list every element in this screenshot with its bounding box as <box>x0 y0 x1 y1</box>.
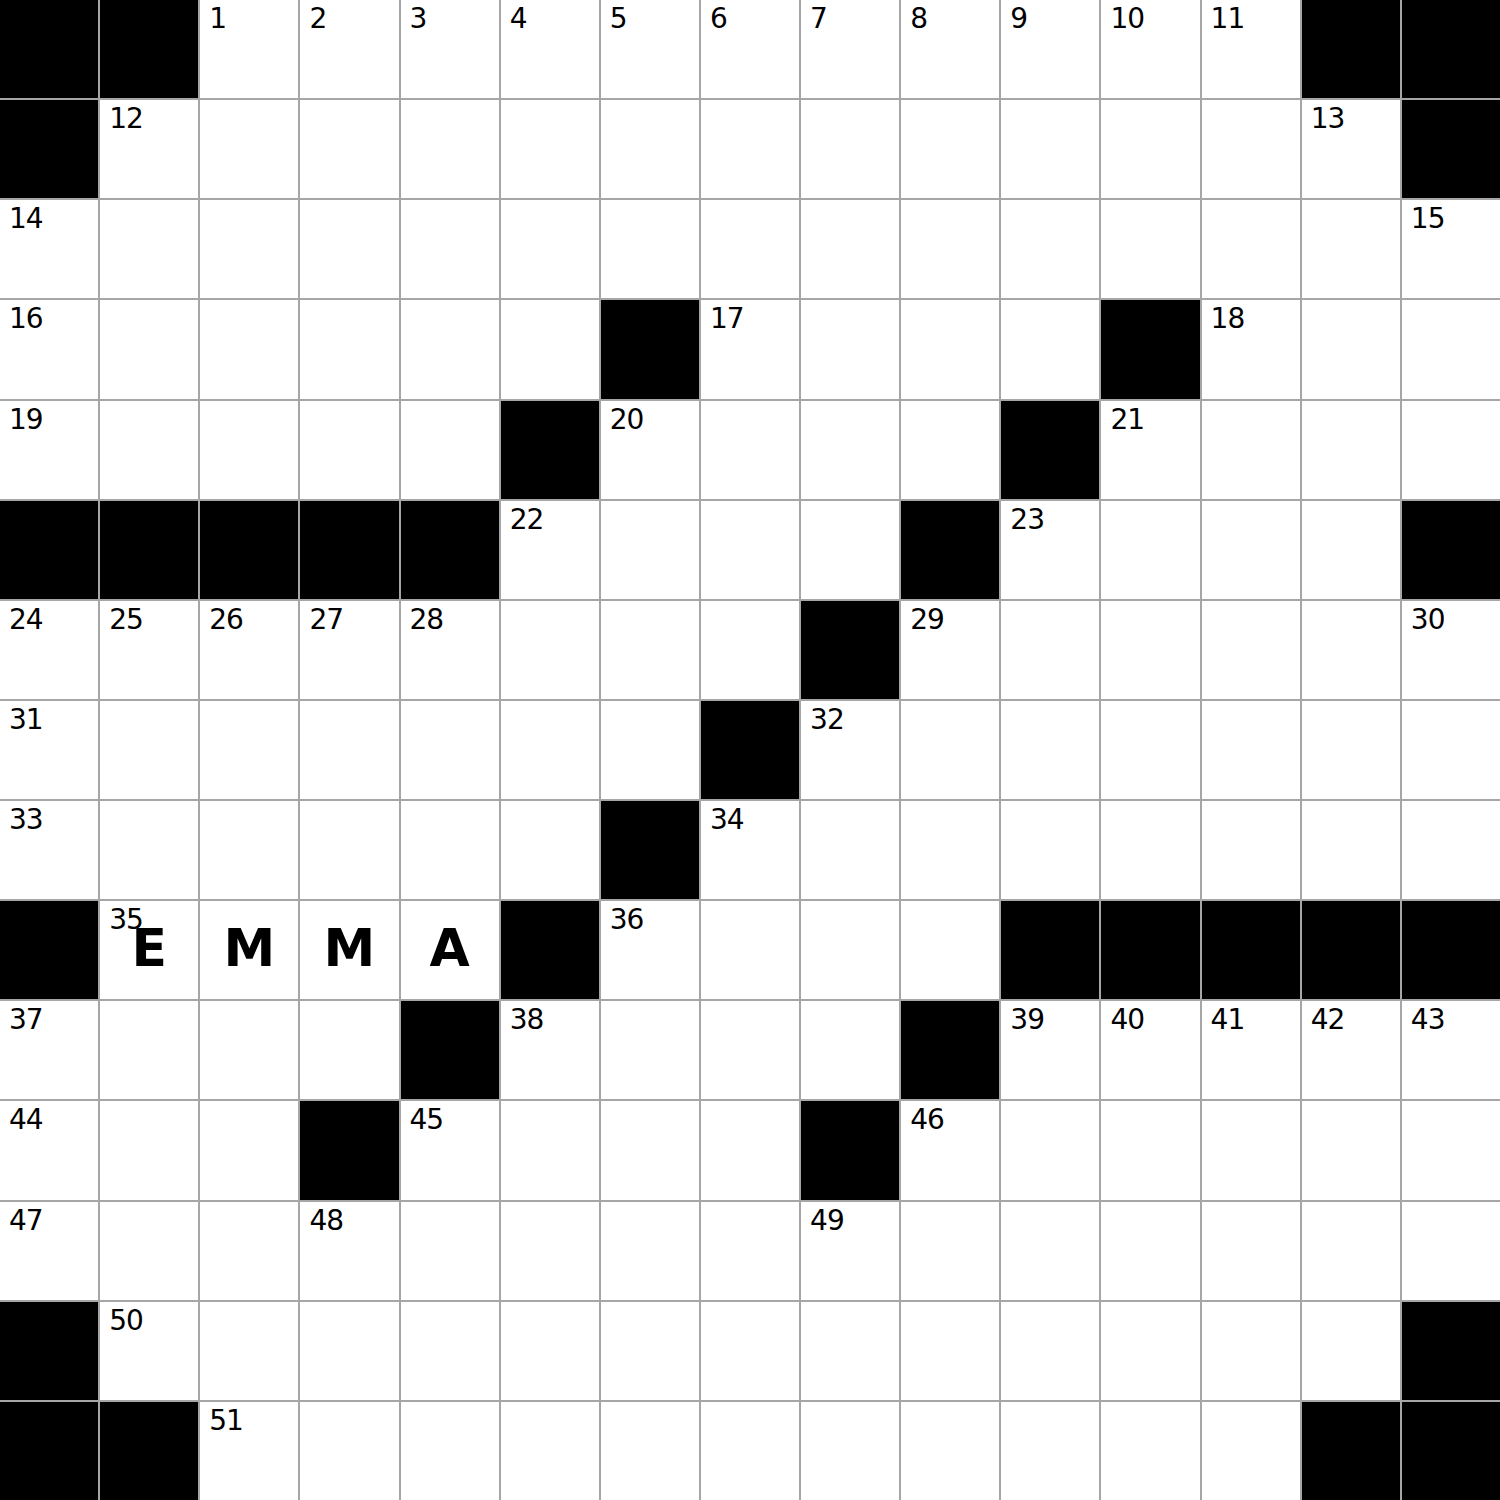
white-cell[interactable] <box>501 701 599 799</box>
clue-number: 26 <box>209 606 243 634</box>
white-cell[interactable] <box>501 1302 599 1400</box>
black-cell <box>401 1001 499 1099</box>
white-cell[interactable] <box>1202 1402 1300 1500</box>
white-cell[interactable] <box>901 901 999 999</box>
white-cell[interactable] <box>200 300 298 398</box>
white-cell[interactable]: 1 <box>200 0 298 98</box>
white-cell[interactable]: 2 <box>300 0 398 98</box>
cell-letter: M <box>324 918 376 978</box>
white-cell[interactable] <box>601 200 699 298</box>
white-cell[interactable] <box>1202 401 1300 499</box>
white-cell[interactable]: 27 <box>300 601 398 699</box>
black-cell <box>1001 401 1099 499</box>
white-cell[interactable] <box>1302 300 1400 398</box>
white-cell[interactable] <box>1202 1302 1300 1400</box>
white-cell[interactable] <box>300 200 398 298</box>
clue-number: 32 <box>810 706 844 734</box>
white-cell[interactable] <box>200 200 298 298</box>
white-cell[interactable] <box>801 1402 899 1500</box>
black-cell <box>501 401 599 499</box>
white-cell[interactable]: 4 <box>501 0 599 98</box>
white-cell[interactable]: 20 <box>601 401 699 499</box>
clue-number: 16 <box>9 305 43 333</box>
clue-number: 10 <box>1110 5 1144 33</box>
white-cell[interactable] <box>901 100 999 198</box>
white-cell[interactable] <box>1402 401 1500 499</box>
cell-letter: M <box>223 918 275 978</box>
black-cell <box>0 1302 98 1400</box>
white-cell[interactable] <box>300 801 398 899</box>
white-cell[interactable] <box>1202 200 1300 298</box>
white-cell[interactable]: 12 <box>100 100 198 198</box>
clue-number: 50 <box>109 1307 143 1335</box>
black-cell <box>401 501 499 599</box>
clue-number: 15 <box>1411 205 1445 233</box>
white-cell[interactable]: 24 <box>0 601 98 699</box>
white-cell[interactable] <box>100 701 198 799</box>
white-cell[interactable] <box>801 1001 899 1099</box>
white-cell[interactable] <box>801 401 899 499</box>
white-cell[interactable] <box>1101 501 1199 599</box>
white-cell[interactable] <box>1101 701 1199 799</box>
white-cell[interactable]: 11 <box>1202 0 1300 98</box>
white-cell[interactable]: 21 <box>1101 401 1199 499</box>
clue-number: 39 <box>1010 1006 1044 1034</box>
white-cell[interactable] <box>1302 801 1400 899</box>
white-cell[interactable] <box>401 801 499 899</box>
white-cell[interactable] <box>401 300 499 398</box>
white-cell[interactable] <box>300 1402 398 1500</box>
white-cell[interactable] <box>1101 1402 1199 1500</box>
white-cell[interactable] <box>501 200 599 298</box>
black-cell <box>901 501 999 599</box>
white-cell[interactable] <box>901 1302 999 1400</box>
clue-number: 43 <box>1411 1006 1445 1034</box>
white-cell[interactable] <box>1001 300 1099 398</box>
black-cell <box>0 100 98 198</box>
white-cell[interactable] <box>1302 501 1400 599</box>
white-cell[interactable]: 5 <box>601 0 699 98</box>
white-cell[interactable] <box>501 300 599 398</box>
clue-number: 41 <box>1211 1006 1245 1034</box>
clue-number: 22 <box>510 506 544 534</box>
black-cell <box>1001 901 1099 999</box>
black-cell <box>601 300 699 398</box>
clue-number: 4 <box>510 5 527 33</box>
black-cell <box>701 701 799 799</box>
clue-number: 3 <box>410 5 427 33</box>
white-cell[interactable] <box>501 1402 599 1500</box>
white-cell[interactable] <box>1302 1202 1400 1300</box>
white-cell[interactable] <box>701 200 799 298</box>
white-cell[interactable]: 7 <box>801 0 899 98</box>
clue-number: 11 <box>1211 5 1245 33</box>
black-cell <box>0 901 98 999</box>
clue-number: 8 <box>910 5 927 33</box>
clue-number: 36 <box>610 906 644 934</box>
white-cell[interactable] <box>200 1202 298 1300</box>
white-cell[interactable] <box>1101 801 1199 899</box>
white-cell[interactable]: 44 <box>0 1101 98 1199</box>
clue-number: 38 <box>510 1006 544 1034</box>
white-cell[interactable] <box>200 1101 298 1199</box>
white-cell[interactable] <box>1402 1101 1500 1199</box>
black-cell <box>100 501 198 599</box>
white-cell[interactable] <box>601 501 699 599</box>
white-cell[interactable]: M <box>300 901 398 999</box>
black-cell <box>1402 1402 1500 1500</box>
white-cell[interactable] <box>1402 701 1500 799</box>
white-cell[interactable]: 36 <box>601 901 699 999</box>
black-cell <box>1302 901 1400 999</box>
white-cell[interactable] <box>100 300 198 398</box>
white-cell[interactable]: 38 <box>501 1001 599 1099</box>
white-cell[interactable] <box>901 1402 999 1500</box>
white-cell[interactable]: 14 <box>0 200 98 298</box>
white-cell[interactable]: 47 <box>0 1202 98 1300</box>
clue-number: 20 <box>610 406 644 434</box>
white-cell[interactable] <box>501 801 599 899</box>
black-cell <box>901 1001 999 1099</box>
white-cell[interactable] <box>200 1302 298 1400</box>
white-cell[interactable] <box>401 1202 499 1300</box>
white-cell[interactable] <box>401 1402 499 1500</box>
white-cell[interactable] <box>1001 1202 1099 1300</box>
white-cell[interactable] <box>100 1202 198 1300</box>
black-cell <box>100 0 198 98</box>
white-cell[interactable] <box>100 801 198 899</box>
white-cell[interactable] <box>100 200 198 298</box>
clue-number: 13 <box>1311 105 1345 133</box>
white-cell[interactable]: 10 <box>1101 0 1199 98</box>
white-cell[interactable] <box>1202 801 1300 899</box>
black-cell <box>1101 300 1199 398</box>
white-cell[interactable]: 25 <box>100 601 198 699</box>
clue-number: 2 <box>309 5 326 33</box>
white-cell[interactable] <box>701 501 799 599</box>
white-cell[interactable]: 34 <box>701 801 799 899</box>
white-cell[interactable] <box>1001 200 1099 298</box>
white-cell[interactable] <box>801 1302 899 1400</box>
clue-number: 35 <box>109 906 143 934</box>
white-cell[interactable]: 17 <box>701 300 799 398</box>
white-cell[interactable]: 16 <box>0 300 98 398</box>
clue-number: 25 <box>109 606 143 634</box>
white-cell[interactable]: 9 <box>1001 0 1099 98</box>
white-cell[interactable] <box>701 1402 799 1500</box>
white-cell[interactable] <box>701 1202 799 1300</box>
white-cell[interactable] <box>801 300 899 398</box>
clue-number: 19 <box>9 406 43 434</box>
white-cell[interactable] <box>200 701 298 799</box>
white-cell[interactable]: 50 <box>100 1302 198 1400</box>
white-cell[interactable] <box>1202 100 1300 198</box>
clue-number: 46 <box>910 1106 944 1134</box>
clue-number: 5 <box>610 5 627 33</box>
white-cell[interactable] <box>300 100 398 198</box>
white-cell[interactable] <box>701 1001 799 1099</box>
black-cell <box>601 801 699 899</box>
white-cell[interactable] <box>601 1101 699 1199</box>
clue-number: 7 <box>810 5 827 33</box>
white-cell[interactable]: 46 <box>901 1101 999 1199</box>
white-cell[interactable] <box>601 601 699 699</box>
white-cell[interactable] <box>200 801 298 899</box>
black-cell <box>801 601 899 699</box>
white-cell[interactable]: 29 <box>901 601 999 699</box>
white-cell[interactable]: 35E <box>100 901 198 999</box>
white-cell[interactable] <box>100 401 198 499</box>
white-cell[interactable] <box>401 701 499 799</box>
white-cell[interactable]: 40 <box>1101 1001 1199 1099</box>
black-cell <box>1402 501 1500 599</box>
black-cell <box>200 501 298 599</box>
white-cell[interactable] <box>1302 401 1400 499</box>
white-cell[interactable] <box>701 1302 799 1400</box>
white-cell[interactable] <box>1302 200 1400 298</box>
white-cell[interactable]: 39 <box>1001 1001 1099 1099</box>
white-cell[interactable] <box>801 901 899 999</box>
black-cell <box>1402 901 1500 999</box>
white-cell[interactable] <box>1001 601 1099 699</box>
clue-number: 45 <box>410 1106 444 1134</box>
white-cell[interactable] <box>200 401 298 499</box>
white-cell[interactable]: 13 <box>1302 100 1400 198</box>
white-cell[interactable] <box>501 1202 599 1300</box>
clue-number: 18 <box>1211 305 1245 333</box>
black-cell <box>801 1101 899 1199</box>
white-cell[interactable] <box>501 100 599 198</box>
white-cell[interactable] <box>1101 1202 1199 1300</box>
white-cell[interactable] <box>300 1001 398 1099</box>
clue-number: 48 <box>309 1207 343 1235</box>
white-cell[interactable] <box>701 401 799 499</box>
clue-number: 30 <box>1411 606 1445 634</box>
black-cell <box>300 501 398 599</box>
white-cell[interactable] <box>1001 701 1099 799</box>
clue-number: 44 <box>9 1106 43 1134</box>
black-cell <box>300 1101 398 1199</box>
clue-number: 6 <box>710 5 727 33</box>
black-cell <box>1402 1302 1500 1400</box>
white-cell[interactable] <box>1001 801 1099 899</box>
white-cell[interactable]: 33 <box>0 801 98 899</box>
white-cell[interactable] <box>601 1001 699 1099</box>
white-cell[interactable] <box>300 401 398 499</box>
clue-number: 29 <box>910 606 944 634</box>
clue-number: 33 <box>9 806 43 834</box>
black-cell <box>1101 901 1199 999</box>
black-cell <box>0 501 98 599</box>
white-cell[interactable]: 28 <box>401 601 499 699</box>
white-cell[interactable]: A <box>401 901 499 999</box>
white-cell[interactable] <box>901 701 999 799</box>
white-cell[interactable] <box>1202 501 1300 599</box>
white-cell[interactable]: 8 <box>901 0 999 98</box>
white-cell[interactable] <box>401 1302 499 1400</box>
clue-number: 27 <box>309 606 343 634</box>
white-cell[interactable]: 15 <box>1402 200 1500 298</box>
white-cell[interactable] <box>1402 1202 1500 1300</box>
white-cell[interactable] <box>1101 1302 1199 1400</box>
clue-number: 34 <box>710 806 744 834</box>
white-cell[interactable]: 31 <box>0 701 98 799</box>
white-cell[interactable]: 51 <box>200 1402 298 1500</box>
clue-number: 37 <box>9 1006 43 1034</box>
white-cell[interactable]: 42 <box>1302 1001 1400 1099</box>
white-cell[interactable] <box>1302 1302 1400 1400</box>
cell-letter: A <box>429 918 469 978</box>
white-cell[interactable] <box>1101 100 1199 198</box>
white-cell[interactable] <box>901 801 999 899</box>
clue-number: 9 <box>1010 5 1027 33</box>
white-cell[interactable]: 48 <box>300 1202 398 1300</box>
white-cell[interactable] <box>1001 1402 1099 1500</box>
white-cell[interactable]: 26 <box>200 601 298 699</box>
white-cell[interactable] <box>1402 300 1500 398</box>
clue-number: 47 <box>9 1207 43 1235</box>
white-cell[interactable] <box>1202 701 1300 799</box>
black-cell <box>100 1402 198 1500</box>
white-cell[interactable]: 19 <box>0 401 98 499</box>
clue-number: 21 <box>1110 406 1144 434</box>
white-cell[interactable] <box>901 300 999 398</box>
clue-number: 12 <box>109 105 143 133</box>
white-cell[interactable]: 3 <box>401 0 499 98</box>
clue-number: 49 <box>810 1207 844 1235</box>
black-cell <box>1402 0 1500 98</box>
white-cell[interactable] <box>1302 701 1400 799</box>
crossword-board: 1234567891011121314151617181920212223242… <box>0 0 1500 1500</box>
white-cell[interactable] <box>1202 1101 1300 1199</box>
white-cell[interactable] <box>100 1001 198 1099</box>
white-cell[interactable] <box>1302 601 1400 699</box>
white-cell[interactable] <box>1001 1101 1099 1199</box>
white-cell[interactable] <box>100 1101 198 1199</box>
white-cell[interactable] <box>401 401 499 499</box>
white-cell[interactable]: 43 <box>1402 1001 1500 1099</box>
clue-number: 28 <box>410 606 444 634</box>
white-cell[interactable] <box>601 1402 699 1500</box>
white-cell[interactable] <box>901 1202 999 1300</box>
white-cell[interactable] <box>300 701 398 799</box>
white-cell[interactable] <box>401 200 499 298</box>
white-cell[interactable]: M <box>200 901 298 999</box>
white-cell[interactable] <box>701 601 799 699</box>
white-cell[interactable] <box>200 100 298 198</box>
black-cell <box>0 0 98 98</box>
white-cell[interactable] <box>1302 1101 1400 1199</box>
white-cell[interactable] <box>801 801 899 899</box>
white-cell[interactable] <box>401 100 499 198</box>
white-cell[interactable]: 37 <box>0 1001 98 1099</box>
clue-number: 31 <box>9 706 43 734</box>
white-cell[interactable] <box>1001 1302 1099 1400</box>
white-cell[interactable] <box>701 100 799 198</box>
white-cell[interactable] <box>701 1101 799 1199</box>
white-cell[interactable] <box>1001 100 1099 198</box>
white-cell[interactable] <box>601 100 699 198</box>
white-cell[interactable] <box>501 1101 599 1199</box>
white-cell[interactable] <box>200 1001 298 1099</box>
clue-number: 23 <box>1010 506 1044 534</box>
black-cell <box>501 901 599 999</box>
white-cell[interactable] <box>801 501 899 599</box>
clue-number: 42 <box>1311 1006 1345 1034</box>
white-cell[interactable] <box>901 401 999 499</box>
white-cell[interactable] <box>801 200 899 298</box>
black-cell <box>1202 901 1300 999</box>
white-cell[interactable] <box>1101 200 1199 298</box>
white-cell[interactable] <box>601 1202 699 1300</box>
white-cell[interactable]: 18 <box>1202 300 1300 398</box>
white-cell[interactable] <box>1402 801 1500 899</box>
white-cell[interactable] <box>701 901 799 999</box>
white-cell[interactable] <box>1202 1202 1300 1300</box>
white-cell[interactable]: 6 <box>701 0 799 98</box>
white-cell[interactable] <box>1101 601 1199 699</box>
white-cell[interactable] <box>1101 1101 1199 1199</box>
white-cell[interactable] <box>901 200 999 298</box>
black-cell <box>1402 100 1500 198</box>
white-cell[interactable] <box>501 601 599 699</box>
white-cell[interactable]: 23 <box>1001 501 1099 599</box>
clue-number: 40 <box>1110 1006 1144 1034</box>
clue-number: 1 <box>209 5 226 33</box>
clue-number: 17 <box>710 305 744 333</box>
white-cell[interactable]: 22 <box>501 501 599 599</box>
white-cell[interactable] <box>1202 601 1300 699</box>
white-cell[interactable]: 32 <box>801 701 899 799</box>
black-cell <box>1302 0 1400 98</box>
white-cell[interactable]: 41 <box>1202 1001 1300 1099</box>
white-cell[interactable] <box>601 1302 699 1400</box>
white-cell[interactable]: 30 <box>1402 601 1500 699</box>
white-cell[interactable]: 49 <box>801 1202 899 1300</box>
clue-number: 24 <box>9 606 43 634</box>
black-cell <box>0 1402 98 1500</box>
clue-number: 51 <box>209 1407 243 1435</box>
black-cell <box>1302 1402 1400 1500</box>
clue-number: 14 <box>9 205 43 233</box>
white-cell[interactable] <box>300 1302 398 1400</box>
white-cell[interactable]: 45 <box>401 1101 499 1199</box>
white-cell[interactable] <box>300 300 398 398</box>
white-cell[interactable] <box>801 100 899 198</box>
white-cell[interactable] <box>601 701 699 799</box>
